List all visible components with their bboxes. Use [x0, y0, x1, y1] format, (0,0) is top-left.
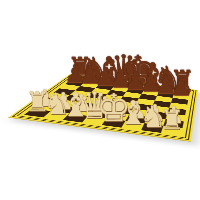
board-border-pinstripe-inner	[17, 75, 194, 138]
chessboard	[9, 74, 198, 141]
board-border-pinstripe-outer	[12, 75, 196, 140]
board-squares	[24, 77, 190, 136]
square-h1	[161, 126, 182, 136]
product-photo: ♜♞♝♛♚♝♞♜♟♟♟♟♟♟♟♟♟♟♟♟♟♟♟♟♜♞♝♛♚♝♞♜	[0, 0, 200, 200]
square-g1	[141, 123, 163, 133]
